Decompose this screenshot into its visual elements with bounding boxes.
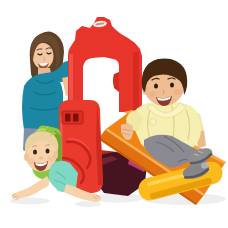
panel-window-slot-left xyxy=(65,114,71,122)
boy-chest-patch xyxy=(150,119,157,126)
arch-right-post-shade xyxy=(133,52,139,110)
arch-left-post-highlight xyxy=(69,54,73,104)
product-photo xyxy=(0,0,228,228)
panel-window-slot-right xyxy=(73,114,79,122)
